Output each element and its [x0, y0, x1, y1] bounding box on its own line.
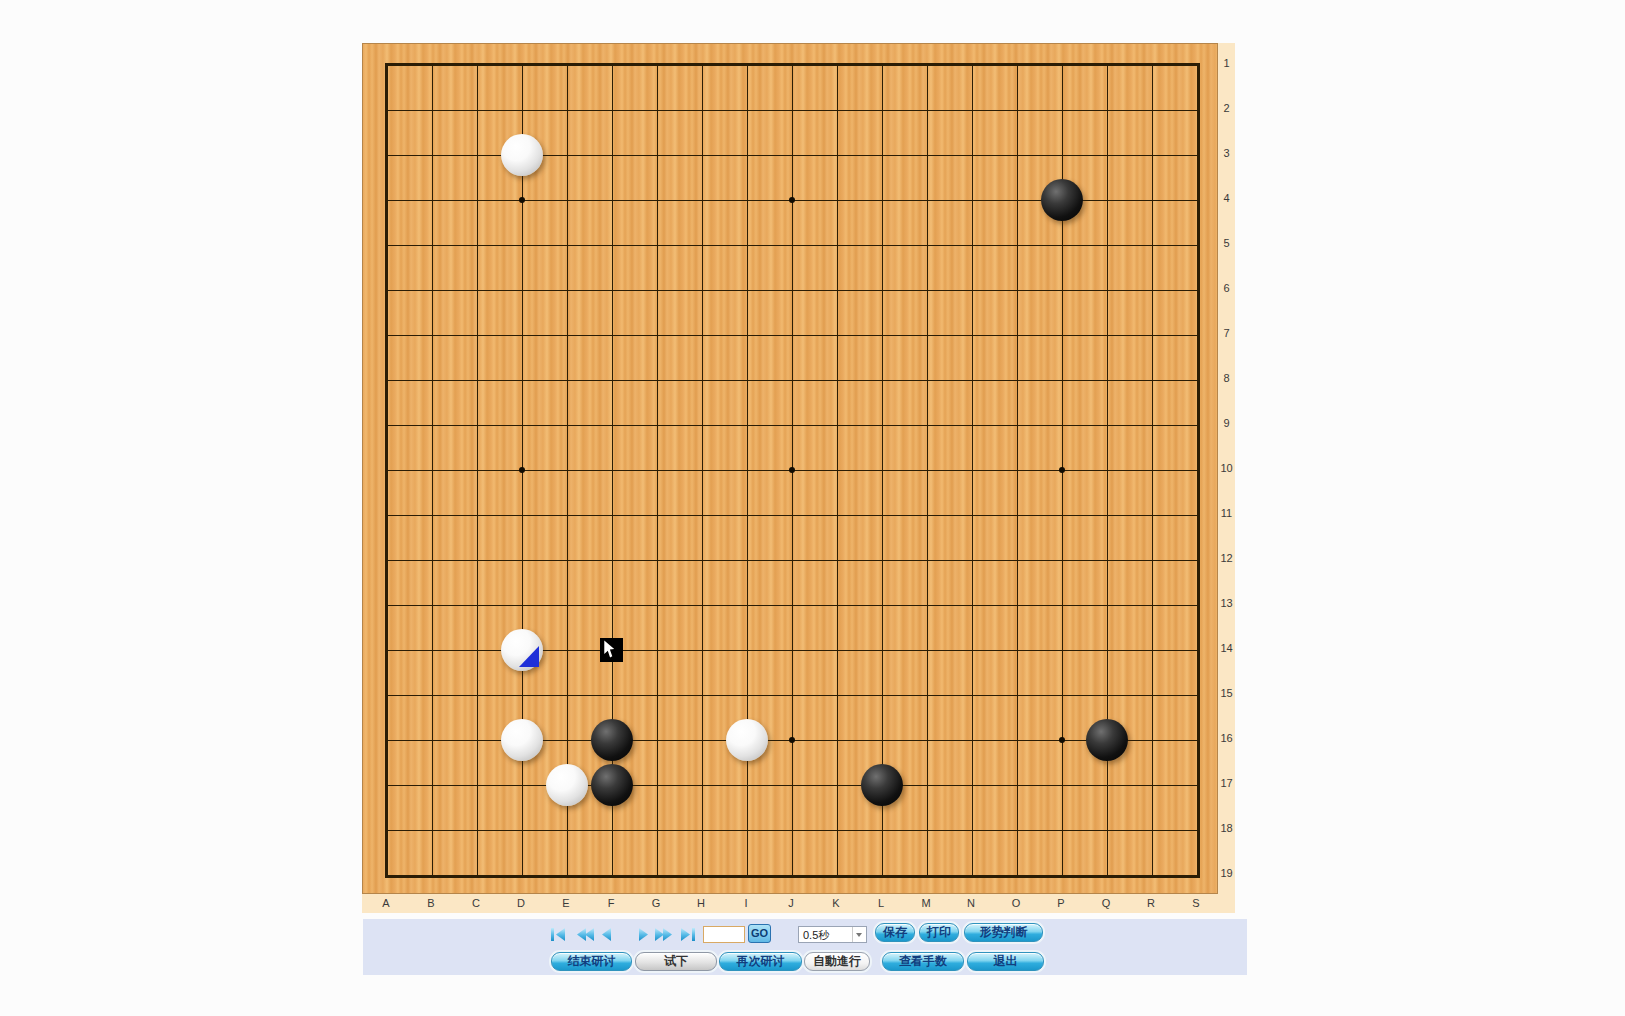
- board-wood: [362, 43, 1218, 894]
- row-label-9: 9: [1218, 417, 1235, 429]
- fast-back-icon: [577, 928, 586, 941]
- column-label-i: I: [736, 897, 756, 909]
- column-label-a: A: [376, 897, 396, 909]
- column-label-p: P: [1051, 897, 1071, 909]
- fast-forward-button[interactable]: [655, 928, 672, 942]
- row-label-8: 8: [1218, 372, 1235, 384]
- cursor-arrow-icon: [603, 640, 619, 659]
- row-label-14: 14: [1218, 642, 1235, 654]
- show-move-numbers-button[interactable]: 查看手数: [882, 952, 964, 971]
- column-label-b: B: [421, 897, 441, 909]
- speed-select[interactable]: 0.5秒: [798, 926, 867, 943]
- star-point-j16: [789, 737, 795, 743]
- fast-back-button[interactable]: [577, 928, 594, 942]
- step-forward-icon: [639, 928, 648, 941]
- row-label-6: 6: [1218, 282, 1235, 294]
- row-label-17: 17: [1218, 777, 1235, 789]
- column-label-f: F: [601, 897, 621, 909]
- column-label-e: E: [556, 897, 576, 909]
- column-label-q: Q: [1096, 897, 1116, 909]
- row-label-16: 16: [1218, 732, 1235, 744]
- end-review-button[interactable]: 结束研讨: [551, 952, 632, 971]
- row-label-10: 10: [1218, 462, 1235, 474]
- chevron-down-icon[interactable]: [852, 927, 866, 942]
- column-label-l: L: [871, 897, 891, 909]
- row-label-3: 3: [1218, 147, 1235, 159]
- auto-play-button[interactable]: 自動進行: [804, 952, 870, 971]
- control-bar: GO 0.5秒 保存 打印 形势判断 结束研讨 试下 再次研讨 自動進行 查看手…: [363, 919, 1247, 975]
- row-label-1: 1: [1218, 57, 1235, 69]
- move-number-input[interactable]: [703, 926, 745, 943]
- go-last-button[interactable]: [681, 928, 698, 942]
- black-stone-p4: [1041, 179, 1083, 221]
- star-point-p10: [1059, 467, 1065, 473]
- column-label-n: N: [961, 897, 981, 909]
- white-stone-d3: [501, 134, 543, 176]
- white-stone-d16: [501, 719, 543, 761]
- score-estimate-button[interactable]: 形势判断: [964, 923, 1043, 942]
- column-label-j: J: [781, 897, 801, 909]
- go-first-button[interactable]: [551, 928, 568, 942]
- column-label-o: O: [1006, 897, 1026, 909]
- column-label-d: D: [511, 897, 531, 909]
- white-stone-d14: [501, 629, 543, 671]
- step-back-icon: [602, 928, 611, 941]
- black-stone-f16: [591, 719, 633, 761]
- black-stone-f17: [591, 764, 633, 806]
- print-button[interactable]: 打印: [919, 923, 959, 942]
- row-label-15: 15: [1218, 687, 1235, 699]
- row-label-12: 12: [1218, 552, 1235, 564]
- row-label-4: 4: [1218, 192, 1235, 204]
- save-button[interactable]: 保存: [875, 923, 915, 942]
- step-forward-button[interactable]: [639, 928, 649, 942]
- goban: 12345678910111213141516171819 ABCDEFGHIJ…: [362, 43, 1235, 917]
- row-label-13: 13: [1218, 597, 1235, 609]
- row-label-7: 7: [1218, 327, 1235, 339]
- row-label-19: 19: [1218, 867, 1235, 879]
- step-back-button[interactable]: [602, 928, 612, 942]
- go-app-page: 12345678910111213141516171819 ABCDEFGHIJ…: [0, 0, 1625, 1016]
- black-stone-q16: [1086, 719, 1128, 761]
- row-label-11: 11: [1218, 507, 1235, 519]
- column-label-h: H: [691, 897, 711, 909]
- star-point-d4: [519, 197, 525, 203]
- row-label-2: 2: [1218, 102, 1235, 114]
- row-label-18: 18: [1218, 822, 1235, 834]
- row-label-5: 5: [1218, 237, 1235, 249]
- white-stone-e17: [546, 764, 588, 806]
- column-label-g: G: [646, 897, 666, 909]
- column-label-s: S: [1186, 897, 1206, 909]
- column-label-c: C: [466, 897, 486, 909]
- row-coordinate-strip: 12345678910111213141516171819: [1218, 43, 1235, 894]
- column-label-m: M: [916, 897, 936, 909]
- fast-forward-icon: [655, 928, 664, 941]
- column-label-r: R: [1141, 897, 1161, 909]
- star-point-p16: [1059, 737, 1065, 743]
- star-point-j10: [789, 467, 795, 473]
- review-again-button[interactable]: 再次研讨: [719, 952, 802, 971]
- speed-select-value: 0.5秒: [803, 928, 829, 943]
- go-button[interactable]: GO: [748, 924, 771, 943]
- star-point-d10: [519, 467, 525, 473]
- exit-button[interactable]: 退出: [967, 952, 1044, 971]
- star-point-j4: [789, 197, 795, 203]
- last-move-marker: [519, 646, 539, 667]
- mouse-cursor: [600, 638, 623, 662]
- column-label-k: K: [826, 897, 846, 909]
- go-last-icon: [681, 928, 690, 941]
- column-coordinate-strip: ABCDEFGHIJKLMNOPQRS: [362, 894, 1235, 913]
- try-move-button[interactable]: 试下: [635, 952, 717, 971]
- black-stone-l17: [861, 764, 903, 806]
- white-stone-i16: [726, 719, 768, 761]
- go-first-icon: [551, 928, 554, 941]
